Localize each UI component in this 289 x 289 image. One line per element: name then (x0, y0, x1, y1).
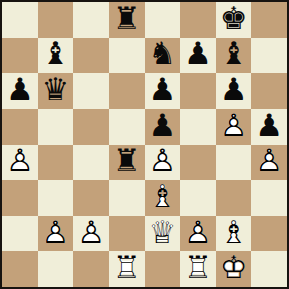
square-f6[interactable] (180, 73, 216, 109)
piece-black-pawn: ♟ (180, 38, 216, 74)
square-b4[interactable] (38, 145, 74, 181)
square-b5[interactable] (38, 109, 74, 145)
white-piece-fill-glyph: ♟ (148, 146, 176, 177)
piece-black-queen: ♛ (38, 73, 74, 109)
black-piece-glyph: ♟ (148, 74, 176, 105)
white-piece-outline-glyph: ♙ (148, 146, 176, 177)
square-e8[interactable] (145, 2, 181, 38)
piece-black-rook: ♜ (109, 145, 145, 181)
square-c8[interactable] (73, 2, 109, 38)
square-h4[interactable]: ♟♙ (251, 145, 287, 181)
square-g4[interactable] (216, 145, 252, 181)
piece-black-pawn: ♟ (251, 109, 287, 145)
square-g5[interactable]: ♟♙ (216, 109, 252, 145)
square-g3[interactable] (216, 180, 252, 216)
white-piece-outline-glyph: ♙ (220, 110, 248, 141)
square-g8[interactable]: ♚ (216, 2, 252, 38)
piece-white-pawn: ♟♙ (216, 109, 252, 145)
piece-white-bishop: ♝♗ (216, 216, 252, 252)
white-piece-outline-glyph: ♗ (220, 217, 248, 248)
square-e6[interactable]: ♟ (145, 73, 181, 109)
square-h3[interactable] (251, 180, 287, 216)
square-e5[interactable]: ♟ (145, 109, 181, 145)
chess-board: ♜♚♝♞♟♝♟♛♟♟♟♟♙♟♟♙♜♟♙♟♙♝♗♟♙♟♙♛♕♟♙♝♗♜♖♜♖♚♔ (2, 2, 287, 287)
white-piece-fill-glyph: ♚ (220, 252, 248, 283)
square-a5[interactable] (2, 109, 38, 145)
square-f4[interactable] (180, 145, 216, 181)
square-d2[interactable] (109, 216, 145, 252)
white-piece-fill-glyph: ♟ (77, 217, 105, 248)
square-h8[interactable] (251, 2, 287, 38)
piece-white-rook: ♜♖ (109, 251, 145, 287)
white-piece-fill-glyph: ♟ (255, 146, 283, 177)
white-piece-outline-glyph: ♔ (220, 252, 248, 283)
piece-black-rook: ♜ (109, 2, 145, 38)
square-b2[interactable]: ♟♙ (38, 216, 74, 252)
piece-black-king: ♚ (216, 2, 252, 38)
white-piece-outline-glyph: ♕ (148, 217, 176, 248)
white-piece-fill-glyph: ♝ (148, 181, 176, 212)
black-piece-glyph: ♟ (148, 110, 176, 141)
square-c3[interactable] (73, 180, 109, 216)
square-c4[interactable] (73, 145, 109, 181)
square-f7[interactable]: ♟ (180, 38, 216, 74)
white-piece-fill-glyph: ♟ (220, 110, 248, 141)
white-piece-outline-glyph: ♙ (77, 217, 105, 248)
white-piece-outline-glyph: ♙ (255, 146, 283, 177)
white-piece-outline-glyph: ♖ (184, 252, 212, 283)
piece-white-pawn: ♟♙ (73, 216, 109, 252)
square-e4[interactable]: ♟♙ (145, 145, 181, 181)
square-c1[interactable] (73, 251, 109, 287)
square-d6[interactable] (109, 73, 145, 109)
white-piece-fill-glyph: ♟ (184, 217, 212, 248)
square-c2[interactable]: ♟♙ (73, 216, 109, 252)
square-d3[interactable] (109, 180, 145, 216)
white-piece-outline-glyph: ♙ (6, 146, 34, 177)
black-piece-glyph: ♚ (220, 3, 248, 34)
square-c5[interactable] (73, 109, 109, 145)
black-piece-glyph: ♝ (220, 39, 248, 70)
square-c7[interactable] (73, 38, 109, 74)
black-piece-glyph: ♜ (113, 146, 141, 177)
square-d5[interactable] (109, 109, 145, 145)
piece-white-pawn: ♟♙ (145, 145, 181, 181)
square-a1[interactable] (2, 251, 38, 287)
piece-white-pawn: ♟♙ (38, 216, 74, 252)
square-g2[interactable]: ♝♗ (216, 216, 252, 252)
black-piece-glyph: ♟ (184, 39, 212, 70)
square-a8[interactable] (2, 2, 38, 38)
square-a2[interactable] (2, 216, 38, 252)
square-d4[interactable]: ♜ (109, 145, 145, 181)
square-f1[interactable]: ♜♖ (180, 251, 216, 287)
square-e7[interactable]: ♞ (145, 38, 181, 74)
white-piece-fill-glyph: ♟ (6, 146, 34, 177)
square-g7[interactable]: ♝ (216, 38, 252, 74)
square-d7[interactable] (109, 38, 145, 74)
square-b8[interactable] (38, 2, 74, 38)
piece-black-pawn: ♟ (216, 73, 252, 109)
square-b3[interactable] (38, 180, 74, 216)
black-piece-glyph: ♝ (42, 39, 70, 70)
square-a4[interactable]: ♟♙ (2, 145, 38, 181)
square-b6[interactable]: ♛ (38, 73, 74, 109)
piece-black-pawn: ♟ (145, 73, 181, 109)
square-c6[interactable] (73, 73, 109, 109)
black-piece-glyph: ♟ (255, 110, 283, 141)
black-piece-glyph: ♟ (6, 74, 34, 105)
white-piece-fill-glyph: ♜ (184, 252, 212, 283)
square-a3[interactable] (2, 180, 38, 216)
piece-black-bishop: ♝ (38, 38, 74, 74)
piece-white-pawn: ♟♙ (251, 145, 287, 181)
black-piece-glyph: ♜ (113, 3, 141, 34)
square-f3[interactable] (180, 180, 216, 216)
square-g1[interactable]: ♚♔ (216, 251, 252, 287)
square-a7[interactable] (2, 38, 38, 74)
chess-board-frame: ♜♚♝♞♟♝♟♛♟♟♟♟♙♟♟♙♜♟♙♟♙♝♗♟♙♟♙♛♕♟♙♝♗♜♖♜♖♚♔ (0, 0, 289, 289)
piece-black-pawn: ♟ (145, 109, 181, 145)
square-f5[interactable] (180, 109, 216, 145)
black-piece-glyph: ♞ (148, 39, 176, 70)
white-piece-outline-glyph: ♗ (148, 181, 176, 212)
white-piece-outline-glyph: ♙ (42, 217, 70, 248)
piece-black-knight: ♞ (145, 38, 181, 74)
square-h1[interactable] (251, 251, 287, 287)
piece-white-king: ♚♔ (216, 251, 252, 287)
piece-black-bishop: ♝ (216, 38, 252, 74)
white-piece-outline-glyph: ♖ (113, 252, 141, 283)
piece-black-pawn: ♟ (2, 73, 38, 109)
white-piece-fill-glyph: ♜ (113, 252, 141, 283)
square-g6[interactable]: ♟ (216, 73, 252, 109)
square-b7[interactable]: ♝ (38, 38, 74, 74)
black-piece-glyph: ♟ (220, 74, 248, 105)
square-e2[interactable]: ♛♕ (145, 216, 181, 252)
square-f8[interactable] (180, 2, 216, 38)
square-h6[interactable] (251, 73, 287, 109)
piece-white-queen: ♛♕ (145, 216, 181, 252)
square-a6[interactable]: ♟ (2, 73, 38, 109)
square-e3[interactable]: ♝♗ (145, 180, 181, 216)
white-piece-fill-glyph: ♟ (42, 217, 70, 248)
square-b1[interactable] (38, 251, 74, 287)
piece-white-bishop: ♝♗ (145, 180, 181, 216)
square-d8[interactable]: ♜ (109, 2, 145, 38)
piece-white-pawn: ♟♙ (180, 216, 216, 252)
piece-white-rook: ♜♖ (180, 251, 216, 287)
square-f2[interactable]: ♟♙ (180, 216, 216, 252)
square-h7[interactable] (251, 38, 287, 74)
white-piece-outline-glyph: ♙ (184, 217, 212, 248)
white-piece-fill-glyph: ♛ (148, 217, 176, 248)
white-piece-fill-glyph: ♝ (220, 217, 248, 248)
square-h5[interactable]: ♟ (251, 109, 287, 145)
square-d1[interactable]: ♜♖ (109, 251, 145, 287)
square-h2[interactable] (251, 216, 287, 252)
piece-white-pawn: ♟♙ (2, 145, 38, 181)
black-piece-glyph: ♛ (42, 74, 70, 105)
square-e1[interactable] (145, 251, 181, 287)
